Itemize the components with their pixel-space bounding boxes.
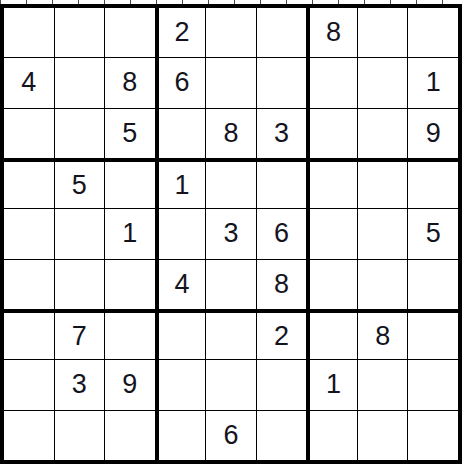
cell-r3c5[interactable]: 8 [206,109,256,158]
cell-r9c5[interactable]: 6 [206,411,256,460]
cell-r2c8[interactable] [358,58,408,107]
cell-r9c7[interactable] [307,411,357,460]
cell-r5c4[interactable] [156,209,206,258]
cell-r5c5[interactable]: 3 [206,209,256,258]
cell-r2c9[interactable]: 1 [408,58,458,107]
cell-r4c6[interactable] [257,159,307,208]
cell-r4c9[interactable] [408,159,458,208]
cell-r4c2[interactable]: 5 [55,159,105,208]
cell-r1c9[interactable] [408,8,458,57]
cell-r9c4[interactable] [156,411,206,460]
cell-r9c6[interactable] [257,411,307,460]
cell-r7c7[interactable] [307,310,357,359]
cell-r5c8[interactable] [358,209,408,258]
cell-r2c7[interactable] [307,58,357,107]
cell-r3c4[interactable] [156,109,206,158]
cell-r5c3[interactable]: 1 [105,209,155,258]
cell-r1c6[interactable] [257,8,307,57]
cell-r9c3[interactable] [105,411,155,460]
cell-r6c4[interactable]: 4 [156,260,206,309]
cell-r7c1[interactable] [4,310,54,359]
cell-r1c3[interactable] [105,8,155,57]
cell-r6c1[interactable] [4,260,54,309]
cell-r6c2[interactable] [55,260,105,309]
cell-r8c1[interactable] [4,360,54,409]
cell-r8c8[interactable] [358,360,408,409]
cell-r9c8[interactable] [358,411,408,460]
cell-r4c7[interactable] [307,159,357,208]
cell-r2c1[interactable]: 4 [4,58,54,107]
cell-r9c9[interactable] [408,411,458,460]
cell-r3c3[interactable]: 5 [105,109,155,158]
cell-r6c9[interactable] [408,260,458,309]
cell-r4c4[interactable]: 1 [156,159,206,208]
cell-r7c3[interactable] [105,310,155,359]
cell-r8c4[interactable] [156,360,206,409]
cell-r1c7[interactable]: 8 [307,8,357,57]
cell-r7c5[interactable] [206,310,256,359]
cell-r3c1[interactable] [4,109,54,158]
cell-r5c6[interactable]: 6 [257,209,307,258]
cell-r5c9[interactable]: 5 [408,209,458,258]
cell-r3c2[interactable] [55,109,105,158]
cell-r8c5[interactable] [206,360,256,409]
cell-r5c2[interactable] [55,209,105,258]
cell-r9c1[interactable] [4,411,54,460]
cell-r4c1[interactable] [4,159,54,208]
cell-r1c5[interactable] [206,8,256,57]
cell-r4c5[interactable] [206,159,256,208]
cell-r3c7[interactable] [307,109,357,158]
sudoku-screenshot: 2848615839511365487283916 [0,0,464,464]
cell-r8c3[interactable]: 9 [105,360,155,409]
cell-r4c8[interactable] [358,159,408,208]
cell-r7c2[interactable]: 7 [55,310,105,359]
cell-r7c4[interactable] [156,310,206,359]
cell-r1c4[interactable]: 2 [156,8,206,57]
sudoku-board: 2848615839511365487283916 [0,4,462,464]
cell-r6c8[interactable] [358,260,408,309]
cell-r8c9[interactable] [408,360,458,409]
cell-r2c2[interactable] [55,58,105,107]
cell-r1c2[interactable] [55,8,105,57]
cell-r3c8[interactable] [358,109,408,158]
cell-r9c2[interactable] [55,411,105,460]
cell-r6c6[interactable]: 8 [257,260,307,309]
cell-r1c1[interactable] [4,8,54,57]
cell-r1c8[interactable] [358,8,408,57]
cell-r8c6[interactable] [257,360,307,409]
cell-r3c6[interactable]: 3 [257,109,307,158]
cell-r2c6[interactable] [257,58,307,107]
cell-r7c6[interactable]: 2 [257,310,307,359]
cell-r2c4[interactable]: 6 [156,58,206,107]
cell-r8c7[interactable]: 1 [307,360,357,409]
cell-r3c9[interactable]: 9 [408,109,458,158]
cell-r5c7[interactable] [307,209,357,258]
cell-r4c3[interactable] [105,159,155,208]
cell-r7c8[interactable]: 8 [358,310,408,359]
cell-r2c5[interactable] [206,58,256,107]
cell-r8c2[interactable]: 3 [55,360,105,409]
cell-r5c1[interactable] [4,209,54,258]
cell-r6c5[interactable] [206,260,256,309]
cell-r6c3[interactable] [105,260,155,309]
cell-r7c9[interactable] [408,310,458,359]
cell-r2c3[interactable]: 8 [105,58,155,107]
cell-r6c7[interactable] [307,260,357,309]
